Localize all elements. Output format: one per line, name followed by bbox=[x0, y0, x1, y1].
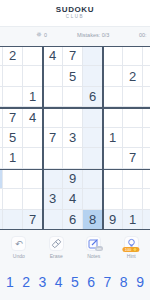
sudoku-board[interactable]: 24752167457311793476891 bbox=[0, 46, 150, 230]
cell-r5c4[interactable] bbox=[63, 148, 83, 168]
cell-r7c8[interactable] bbox=[143, 189, 150, 209]
toolbar: ↶ Undo Erase on Note bbox=[0, 236, 150, 259]
erase-label: Erase bbox=[39, 253, 73, 259]
undo-label: Undo bbox=[2, 253, 36, 259]
cell-r8c8[interactable] bbox=[143, 210, 150, 230]
cell-r0c6[interactable] bbox=[103, 46, 123, 66]
cell-r8c1[interactable] bbox=[3, 210, 23, 230]
cell-r4c5[interactable] bbox=[83, 128, 103, 148]
cell-r0c8[interactable] bbox=[143, 46, 150, 66]
undo-button[interactable]: ↶ Undo bbox=[2, 236, 36, 259]
cell-r7c6[interactable] bbox=[103, 189, 123, 209]
cell-r1c3[interactable] bbox=[43, 66, 63, 86]
block-line-horizontal bbox=[0, 229, 150, 230]
cell-r2c8[interactable] bbox=[143, 87, 150, 107]
cell-r0c7[interactable] bbox=[123, 46, 143, 66]
cell-r1c2[interactable] bbox=[23, 66, 43, 86]
board-viewport: 24752167457311793476891 bbox=[0, 46, 150, 231]
numkey-7[interactable]: 7 bbox=[104, 272, 112, 292]
cell-r4c3[interactable]: 7 bbox=[43, 128, 63, 148]
cell-r2c4[interactable] bbox=[63, 87, 83, 107]
notes-state-badge: on bbox=[95, 246, 103, 251]
hint-cost-badge: 100 bbox=[123, 247, 140, 253]
block-line-horizontal bbox=[0, 169, 150, 170]
cell-r0c2[interactable] bbox=[23, 46, 43, 66]
block-line-vertical bbox=[42, 46, 44, 230]
erase-button[interactable]: Erase bbox=[39, 236, 73, 259]
cell-r6c1[interactable] bbox=[3, 169, 23, 189]
cell-r1c7[interactable]: 2 bbox=[123, 66, 143, 86]
cell-r5c5[interactable] bbox=[83, 148, 103, 168]
cell-r8c4[interactable]: 6 bbox=[63, 210, 83, 230]
lightbulb-icon: 100 bbox=[124, 236, 139, 251]
cell-r4c1[interactable]: 5 bbox=[3, 128, 23, 148]
cell-r7c5[interactable] bbox=[83, 189, 103, 209]
cell-r0c1[interactable]: 2 bbox=[3, 46, 23, 66]
notes-button[interactable]: on Notes bbox=[77, 236, 111, 259]
cell-r1c4[interactable]: 5 bbox=[63, 66, 83, 86]
cell-r4c7[interactable] bbox=[123, 128, 143, 148]
star-counter[interactable]: ✵ 0 bbox=[36, 31, 47, 39]
cell-r3c7[interactable] bbox=[123, 107, 143, 127]
cell-r8c7[interactable]: 1 bbox=[123, 210, 143, 230]
cell-r0c3[interactable]: 4 bbox=[43, 46, 63, 66]
status-bar: ‹ ✵ 0 Mistakes: 0/3 00: bbox=[0, 27, 150, 45]
coin-icon bbox=[132, 247, 138, 253]
cell-r2c5[interactable]: 6 bbox=[83, 87, 103, 107]
cell-r4c6[interactable]: 1 bbox=[103, 128, 123, 148]
numkey-2[interactable]: 2 bbox=[22, 272, 30, 292]
cell-r3c1[interactable]: 7 bbox=[3, 107, 23, 127]
pencil-square-icon: on bbox=[86, 236, 101, 251]
cell-r4c2[interactable] bbox=[23, 128, 43, 148]
cell-r8c5[interactable]: 8 bbox=[83, 210, 103, 230]
cell-r0c5[interactable] bbox=[83, 46, 103, 66]
cell-r7c1[interactable] bbox=[3, 189, 23, 209]
numkey-8[interactable]: 8 bbox=[120, 272, 128, 292]
star-icon: ✵ bbox=[36, 31, 42, 39]
cell-r7c3[interactable]: 3 bbox=[43, 189, 63, 209]
block-line-horizontal bbox=[0, 107, 150, 108]
cell-r6c8[interactable] bbox=[143, 169, 150, 189]
cell-r5c3[interactable] bbox=[43, 148, 63, 168]
cell-r1c1[interactable] bbox=[3, 66, 23, 86]
cell-r4c8[interactable] bbox=[143, 128, 150, 148]
sudoku-app-screen: SUDOKU CLUB ‹ ✵ 0 Mistakes: 0/3 00: 2475… bbox=[0, 0, 150, 300]
numkey-6[interactable]: 6 bbox=[87, 272, 95, 292]
cell-r4c4[interactable]: 3 bbox=[63, 128, 83, 148]
cell-r8c3[interactable] bbox=[43, 210, 63, 230]
cell-r7c2[interactable] bbox=[23, 189, 43, 209]
hint-cost-value: 100 bbox=[125, 247, 132, 252]
numkey-4[interactable]: 4 bbox=[55, 272, 63, 292]
timer-label: 00: bbox=[139, 32, 147, 38]
cell-r6c7[interactable] bbox=[123, 169, 143, 189]
cell-r5c6[interactable] bbox=[103, 148, 123, 168]
cell-r1c5[interactable] bbox=[83, 66, 103, 86]
cell-r5c2[interactable] bbox=[23, 148, 43, 168]
cell-r5c1[interactable]: 1 bbox=[3, 148, 23, 168]
cell-r3c5[interactable] bbox=[83, 107, 103, 127]
cell-r6c2[interactable] bbox=[23, 169, 43, 189]
hint-label: Hint bbox=[114, 253, 148, 259]
cell-r3c3[interactable] bbox=[43, 107, 63, 127]
cell-r2c1[interactable] bbox=[3, 87, 23, 107]
cell-r3c4[interactable] bbox=[63, 107, 83, 127]
block-line-vertical bbox=[102, 46, 104, 230]
cell-r8c6[interactable]: 9 bbox=[103, 210, 123, 230]
cell-r6c5[interactable] bbox=[83, 169, 103, 189]
cell-r2c2[interactable]: 1 bbox=[23, 87, 43, 107]
app-title: SUDOKU bbox=[0, 5, 150, 14]
hint-button[interactable]: 100 Hint bbox=[114, 236, 148, 259]
cell-r5c7[interactable]: 7 bbox=[123, 148, 143, 168]
cell-r0c4[interactable]: 7 bbox=[63, 46, 83, 66]
cell-r6c6[interactable] bbox=[103, 169, 123, 189]
numkey-1[interactable]: 1 bbox=[6, 272, 14, 292]
cell-r1c6[interactable] bbox=[103, 66, 123, 86]
cell-r7c7[interactable] bbox=[123, 189, 143, 209]
cell-r2c6[interactable] bbox=[103, 87, 123, 107]
cell-r3c8[interactable] bbox=[143, 107, 150, 127]
cell-r6c4[interactable]: 9 bbox=[63, 169, 83, 189]
cell-r7c4[interactable]: 4 bbox=[63, 189, 83, 209]
numpad: 123456789 bbox=[0, 272, 150, 292]
cell-r6c3[interactable] bbox=[43, 169, 63, 189]
cell-r3c6[interactable] bbox=[103, 107, 123, 127]
numkey-9[interactable]: 9 bbox=[136, 272, 144, 292]
numkey-3[interactable]: 3 bbox=[39, 272, 47, 292]
cell-r3c2[interactable]: 4 bbox=[23, 107, 43, 127]
mistakes-label: Mistakes: 0/3 bbox=[77, 32, 109, 38]
notes-label: Notes bbox=[77, 253, 111, 259]
header: SUDOKU CLUB bbox=[0, 0, 150, 27]
cell-r8c2[interactable]: 7 bbox=[23, 210, 43, 230]
block-line-horizontal bbox=[0, 46, 150, 47]
numkey-5[interactable]: 5 bbox=[71, 272, 79, 292]
eraser-icon bbox=[49, 236, 64, 251]
star-count: 0 bbox=[44, 32, 47, 38]
cell-r5c8[interactable] bbox=[143, 148, 150, 168]
cell-r2c3[interactable] bbox=[43, 87, 63, 107]
undo-icon: ↶ bbox=[11, 236, 26, 251]
cell-r1c8[interactable] bbox=[143, 66, 150, 86]
cell-r2c7[interactable] bbox=[123, 87, 143, 107]
app-subtitle: CLUB bbox=[0, 14, 150, 20]
